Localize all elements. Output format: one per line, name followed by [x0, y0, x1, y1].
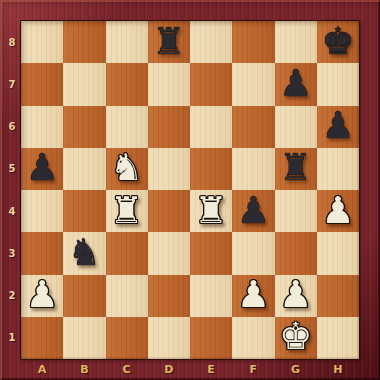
square-d8[interactable]: ♜: [148, 21, 190, 63]
square-a6[interactable]: [21, 106, 63, 148]
chess-app: 87654321 ABCDEFGH ♜♚♟♟♟♞♜♜♜♟♟♞♟♟♟♚: [0, 0, 380, 380]
square-a7[interactable]: [21, 63, 63, 105]
square-b6[interactable]: [63, 106, 105, 148]
square-e1[interactable]: [190, 317, 232, 359]
piece-black-rook-g5[interactable]: ♜: [279, 149, 312, 186]
square-d3[interactable]: [148, 232, 190, 274]
square-g2[interactable]: ♟: [275, 275, 317, 317]
piece-white-pawn-h4[interactable]: ♟: [321, 192, 354, 229]
square-f3[interactable]: [232, 232, 274, 274]
square-e7[interactable]: [190, 63, 232, 105]
file-label-b: B: [63, 359, 105, 380]
square-h8[interactable]: ♚: [317, 21, 359, 63]
square-h1[interactable]: [317, 317, 359, 359]
piece-white-pawn-f2[interactable]: ♟: [237, 276, 270, 313]
square-g3[interactable]: [275, 232, 317, 274]
square-c6[interactable]: [106, 106, 148, 148]
square-d6[interactable]: [148, 106, 190, 148]
square-e6[interactable]: [190, 106, 232, 148]
file-label-e: E: [190, 359, 232, 380]
square-f8[interactable]: [232, 21, 274, 63]
rank-labels: 87654321: [0, 21, 21, 359]
square-b4[interactable]: [63, 190, 105, 232]
square-a2[interactable]: ♟: [21, 275, 63, 317]
square-c4[interactable]: ♜: [106, 190, 148, 232]
square-e4[interactable]: ♜: [190, 190, 232, 232]
square-f4[interactable]: ♟: [232, 190, 274, 232]
square-c5[interactable]: ♞: [106, 148, 148, 190]
square-e2[interactable]: [190, 275, 232, 317]
file-label-g: G: [275, 359, 317, 380]
square-a4[interactable]: [21, 190, 63, 232]
square-f5[interactable]: [232, 148, 274, 190]
square-h5[interactable]: [317, 148, 359, 190]
square-h4[interactable]: ♟: [317, 190, 359, 232]
square-d2[interactable]: [148, 275, 190, 317]
square-d5[interactable]: [148, 148, 190, 190]
chess-board: ♜♚♟♟♟♞♜♜♜♟♟♞♟♟♟♚: [21, 21, 359, 359]
square-g6[interactable]: [275, 106, 317, 148]
file-label-h: H: [317, 359, 359, 380]
square-c8[interactable]: [106, 21, 148, 63]
piece-black-pawn-g7[interactable]: ♟: [279, 65, 312, 102]
piece-white-rook-c4[interactable]: ♜: [110, 192, 143, 229]
square-b7[interactable]: [63, 63, 105, 105]
square-b3[interactable]: ♞: [63, 232, 105, 274]
piece-black-pawn-a5[interactable]: ♟: [26, 149, 59, 186]
square-e5[interactable]: [190, 148, 232, 190]
square-b5[interactable]: [63, 148, 105, 190]
square-b8[interactable]: [63, 21, 105, 63]
rank-label-5: 5: [0, 148, 21, 190]
square-a3[interactable]: [21, 232, 63, 274]
square-c3[interactable]: [106, 232, 148, 274]
piece-white-pawn-a2[interactable]: ♟: [26, 276, 59, 313]
square-g4[interactable]: [275, 190, 317, 232]
piece-black-king-h8[interactable]: ♚: [321, 23, 354, 60]
square-g7[interactable]: ♟: [275, 63, 317, 105]
rank-label-7: 7: [0, 63, 21, 105]
file-label-a: A: [21, 359, 63, 380]
file-label-f: F: [232, 359, 274, 380]
square-d1[interactable]: [148, 317, 190, 359]
square-h2[interactable]: [317, 275, 359, 317]
piece-black-pawn-h6[interactable]: ♟: [321, 107, 354, 144]
square-d4[interactable]: [148, 190, 190, 232]
square-f7[interactable]: [232, 63, 274, 105]
rank-label-6: 6: [0, 106, 21, 148]
piece-black-pawn-f4[interactable]: ♟: [237, 192, 270, 229]
square-b1[interactable]: [63, 317, 105, 359]
square-a8[interactable]: [21, 21, 63, 63]
rank-label-4: 4: [0, 190, 21, 232]
square-c2[interactable]: [106, 275, 148, 317]
rank-label-1: 1: [0, 317, 21, 359]
square-e3[interactable]: [190, 232, 232, 274]
piece-black-knight-b3[interactable]: ♞: [68, 234, 101, 271]
square-g5[interactable]: ♜: [275, 148, 317, 190]
square-h7[interactable]: [317, 63, 359, 105]
piece-white-king-g1[interactable]: ♚: [279, 318, 312, 355]
rank-label-8: 8: [0, 21, 21, 63]
square-g1[interactable]: ♚: [275, 317, 317, 359]
piece-white-rook-e4[interactable]: ♜: [195, 192, 228, 229]
file-labels: ABCDEFGH: [21, 359, 359, 380]
square-f1[interactable]: [232, 317, 274, 359]
square-c7[interactable]: [106, 63, 148, 105]
square-h3[interactable]: [317, 232, 359, 274]
square-f6[interactable]: [232, 106, 274, 148]
square-a1[interactable]: [21, 317, 63, 359]
rank-label-2: 2: [0, 275, 21, 317]
piece-white-pawn-g2[interactable]: ♟: [279, 276, 312, 313]
piece-white-knight-c5[interactable]: ♞: [110, 149, 143, 186]
square-d7[interactable]: [148, 63, 190, 105]
square-b2[interactable]: [63, 275, 105, 317]
square-c1[interactable]: [106, 317, 148, 359]
square-a5[interactable]: ♟: [21, 148, 63, 190]
file-label-d: D: [148, 359, 190, 380]
square-h6[interactable]: ♟: [317, 106, 359, 148]
rank-label-3: 3: [0, 232, 21, 274]
square-g8[interactable]: [275, 21, 317, 63]
square-f2[interactable]: ♟: [232, 275, 274, 317]
piece-black-rook-d8[interactable]: ♜: [152, 23, 185, 60]
square-e8[interactable]: [190, 21, 232, 63]
file-label-c: C: [106, 359, 148, 380]
